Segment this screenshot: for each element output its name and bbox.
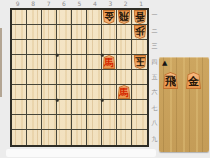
hoshi-point [101, 99, 104, 102]
piece-kanji: 金 [104, 12, 114, 22]
hand-pieces-row: 飛金 [163, 72, 201, 89]
board-cell-1-7[interactable] [132, 100, 147, 115]
board-cell-9-5[interactable] [12, 70, 27, 85]
board-cell-5-2[interactable] [72, 25, 87, 40]
board-cell-8-6[interactable] [27, 85, 42, 100]
file-label: 2 [118, 0, 133, 8]
piece-face: 玉 [134, 56, 145, 68]
rank-label: 九 [150, 132, 159, 147]
board-cell-4-7[interactable] [87, 100, 102, 115]
piece-face: 馬 [104, 56, 115, 68]
board-cell-9-9[interactable] [12, 130, 27, 145]
rank-coordinate-labels: 一二三四五六七八九 [150, 8, 159, 147]
board-cell-8-8[interactable] [27, 115, 42, 130]
board-cell-3-6[interactable] [102, 85, 117, 100]
piece-face: 金 [104, 11, 115, 23]
board-cell-1-5[interactable] [132, 70, 147, 85]
board-cell-9-7[interactable] [12, 100, 27, 115]
board-cell-1-9[interactable] [132, 130, 147, 145]
rank-label: 三 [150, 39, 159, 54]
board-cell-6-8[interactable] [57, 115, 72, 130]
board-cell-7-3[interactable] [42, 40, 57, 55]
board-cell-8-7[interactable] [27, 100, 42, 115]
piece-face: 飛 [119, 11, 130, 23]
board-cell-3-2[interactable] [102, 25, 117, 40]
board-cell-8-2[interactable] [27, 25, 42, 40]
board-cell-5-6[interactable] [72, 85, 87, 100]
gote-piece-2-1[interactable]: 飛 [118, 10, 131, 24]
piece-kanji: 歩 [135, 27, 145, 37]
board-cell-8-9[interactable] [27, 130, 42, 145]
hoshi-point [101, 54, 104, 57]
board-cell-5-9[interactable] [72, 130, 87, 145]
board-cell-4-5[interactable] [87, 70, 102, 85]
rank-label: 七 [150, 101, 159, 116]
board-cell-5-8[interactable] [72, 115, 87, 130]
shogi-board: 金飛香歩馬玉馬 [10, 8, 149, 147]
piece-face: 金 [187, 73, 200, 88]
hoshi-point [56, 99, 59, 102]
promoted-sente-piece-3-4[interactable]: 馬 [103, 55, 116, 69]
board-cell-6-1[interactable] [57, 10, 72, 25]
file-label: 6 [56, 0, 71, 8]
file-label: 9 [10, 0, 25, 8]
sente-turn-marker: ▲ [162, 59, 167, 67]
board-cell-1-2[interactable]: 歩 [132, 25, 147, 40]
hand-piece-飛[interactable]: 飛 [163, 72, 178, 89]
gote-piece-1-2[interactable]: 歩 [133, 25, 146, 39]
piece-kanji: 玉 [135, 57, 145, 67]
piece-face: 歩 [134, 26, 145, 38]
board-cell-2-9[interactable] [117, 130, 132, 145]
board-cell-5-5[interactable] [72, 70, 87, 85]
board-cell-6-2[interactable] [57, 25, 72, 40]
board-cell-7-9[interactable] [42, 130, 57, 145]
file-label: 1 [134, 0, 149, 8]
piece-face: 飛 [164, 73, 177, 88]
board-cell-8-5[interactable] [27, 70, 42, 85]
board-cell-3-9[interactable] [102, 130, 117, 145]
board-cell-2-4[interactable] [117, 55, 132, 70]
board-cell-7-2[interactable] [42, 25, 57, 40]
board-cell-2-1[interactable]: 飛 [117, 10, 132, 25]
piece-kanji: 飛 [119, 12, 129, 22]
piece-face: 香 [134, 11, 145, 23]
page-edge-strip [0, 28, 2, 97]
board-grid: 金飛香歩馬玉馬 [12, 10, 147, 145]
board-cell-4-8[interactable] [87, 115, 102, 130]
board-cell-1-4[interactable]: 玉 [132, 55, 147, 70]
piece-kanji: 飛 [165, 76, 176, 87]
board-cell-6-9[interactable] [57, 130, 72, 145]
board-cell-2-2[interactable] [117, 25, 132, 40]
board-cell-3-5[interactable] [102, 70, 117, 85]
board-cell-1-1[interactable]: 香 [132, 10, 147, 25]
rank-label: 六 [150, 85, 159, 100]
board-cell-7-6[interactable] [42, 85, 57, 100]
file-coordinate-labels: 987654321 [10, 0, 149, 8]
board-cell-4-3[interactable] [87, 40, 102, 55]
board-cell-6-3[interactable] [57, 40, 72, 55]
board-cell-5-3[interactable] [72, 40, 87, 55]
file-label: 3 [103, 0, 118, 8]
tsume-shogi-widget: 987654321 一二三四五六七八九 金飛香歩馬玉馬 ▲ 飛金 [0, 0, 210, 158]
sente-hand-tray: ▲ 飛金 [159, 57, 209, 152]
board-cell-9-1[interactable] [12, 10, 27, 25]
file-label: 8 [25, 0, 40, 8]
board-cell-2-3[interactable] [117, 40, 132, 55]
file-label: 4 [87, 0, 102, 8]
piece-kanji: 金 [188, 76, 199, 87]
board-cell-4-1[interactable] [87, 10, 102, 25]
hoshi-point [56, 54, 59, 57]
board-cell-7-4[interactable] [42, 55, 57, 70]
piece-kanji: 馬 [119, 88, 129, 98]
piece-face: 馬 [119, 86, 130, 98]
board-cell-9-8[interactable] [12, 115, 27, 130]
board-cell-1-6[interactable] [132, 85, 147, 100]
board-cell-5-1[interactable] [72, 10, 87, 25]
gote-piece-1-1[interactable]: 香 [133, 10, 146, 24]
hand-piece-金[interactable]: 金 [186, 72, 201, 89]
board-cell-7-7[interactable] [42, 100, 57, 115]
board-cell-6-4[interactable] [57, 55, 72, 70]
board-cell-7-5[interactable] [42, 70, 57, 85]
board-cell-3-4[interactable]: 馬 [102, 55, 117, 70]
board-cell-3-8[interactable] [102, 115, 117, 130]
board-cell-2-6[interactable]: 馬 [117, 85, 132, 100]
board-cell-4-9[interactable] [87, 130, 102, 145]
board-cell-3-7[interactable] [102, 100, 117, 115]
board-cell-9-2[interactable] [12, 25, 27, 40]
promoted-sente-piece-2-6[interactable]: 馬 [118, 85, 131, 99]
piece-kanji: 馬 [104, 58, 114, 68]
board-cell-2-7[interactable] [117, 100, 132, 115]
board-cell-7-8[interactable] [42, 115, 57, 130]
gote-piece-1-4[interactable]: 玉 [133, 55, 146, 69]
board-cell-9-4[interactable] [12, 55, 27, 70]
board-cell-3-1[interactable]: 金 [102, 10, 117, 25]
board-cell-6-6[interactable] [57, 85, 72, 100]
board-cell-4-6[interactable] [87, 85, 102, 100]
board-cell-5-7[interactable] [72, 100, 87, 115]
rank-label: 一 [150, 8, 159, 23]
board-cell-8-1[interactable] [27, 10, 42, 25]
rank-label: 五 [150, 70, 159, 85]
board-cell-1-3[interactable] [132, 40, 147, 55]
board-cell-4-4[interactable] [87, 55, 102, 70]
board-cell-2-8[interactable] [117, 115, 132, 130]
board-cell-8-3[interactable] [27, 40, 42, 55]
board-cell-9-6[interactable] [12, 85, 27, 100]
rank-label: 二 [150, 23, 159, 38]
board-cell-4-2[interactable] [87, 25, 102, 40]
file-label: 7 [41, 0, 56, 8]
board-cell-3-3[interactable] [102, 40, 117, 55]
board-cell-2-5[interactable] [117, 70, 132, 85]
board-cell-5-4[interactable] [72, 55, 87, 70]
rank-label: 四 [150, 54, 159, 69]
bottom-strip [6, 149, 156, 157]
board-cell-9-3[interactable] [12, 40, 27, 55]
board-cell-6-7[interactable] [57, 100, 72, 115]
board-cell-7-1[interactable] [42, 10, 57, 25]
piece-kanji: 香 [135, 12, 145, 22]
board-cell-8-4[interactable] [27, 55, 42, 70]
rank-label: 八 [150, 116, 159, 131]
board-cell-1-8[interactable] [132, 115, 147, 130]
file-label: 5 [72, 0, 87, 8]
gote-piece-3-1[interactable]: 金 [103, 10, 116, 24]
board-cell-6-5[interactable] [57, 70, 72, 85]
